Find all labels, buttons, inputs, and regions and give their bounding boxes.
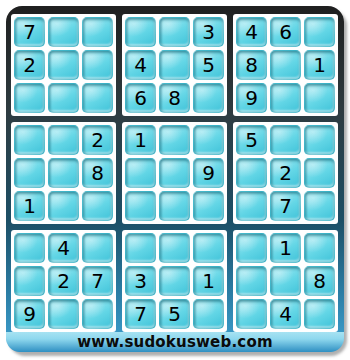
cell-r4c3[interactable]: 2 bbox=[82, 125, 113, 155]
cell-r7c1[interactable] bbox=[14, 233, 45, 263]
cell-r9c2[interactable] bbox=[48, 299, 79, 329]
cell-r1c3[interactable] bbox=[82, 17, 113, 47]
cell-r9c6[interactable] bbox=[193, 299, 224, 329]
cell-r1c7[interactable]: 4 bbox=[236, 17, 267, 47]
cell-r8c8[interactable] bbox=[270, 266, 301, 296]
cell-r9c1[interactable]: 9 bbox=[14, 299, 45, 329]
cell-r8c2[interactable]: 2 bbox=[48, 266, 79, 296]
cell-r3c7[interactable]: 9 bbox=[236, 83, 267, 113]
cell-r7c8[interactable]: 1 bbox=[270, 233, 301, 263]
cell-r4c6[interactable] bbox=[193, 125, 224, 155]
cell-r2c2[interactable] bbox=[48, 50, 79, 80]
cell-r2c6[interactable]: 5 bbox=[193, 50, 224, 80]
cell-r9c5[interactable]: 5 bbox=[159, 299, 190, 329]
cell-r9c4[interactable]: 7 bbox=[125, 299, 156, 329]
cell-r6c7[interactable] bbox=[236, 191, 267, 221]
box-3-3: 184 bbox=[233, 230, 338, 332]
cell-r3c1[interactable] bbox=[14, 83, 45, 113]
cell-r2c4[interactable]: 4 bbox=[125, 50, 156, 80]
cell-r7c4[interactable] bbox=[125, 233, 156, 263]
box-2-2: 19 bbox=[122, 122, 227, 224]
cell-r7c2[interactable]: 4 bbox=[48, 233, 79, 263]
cell-r1c5[interactable] bbox=[159, 17, 190, 47]
cell-r1c4[interactable] bbox=[125, 17, 156, 47]
cell-r6c5[interactable] bbox=[159, 191, 190, 221]
footer-band: www.sudokusweb.com bbox=[6, 332, 344, 352]
cell-r6c2[interactable] bbox=[48, 191, 79, 221]
cell-r8c4[interactable]: 3 bbox=[125, 266, 156, 296]
cell-r4c7[interactable]: 5 bbox=[236, 125, 267, 155]
cell-r5c5[interactable] bbox=[159, 158, 190, 188]
cell-r2c9[interactable]: 1 bbox=[304, 50, 335, 80]
cell-r7c9[interactable] bbox=[304, 233, 335, 263]
cell-r2c8[interactable] bbox=[270, 50, 301, 80]
cell-r2c7[interactable]: 8 bbox=[236, 50, 267, 80]
cell-r3c2[interactable] bbox=[48, 83, 79, 113]
cell-r5c7[interactable] bbox=[236, 158, 267, 188]
cell-r8c3[interactable]: 7 bbox=[82, 266, 113, 296]
cell-r8c6[interactable]: 1 bbox=[193, 266, 224, 296]
cell-r3c6[interactable] bbox=[193, 83, 224, 113]
cell-r7c3[interactable] bbox=[82, 233, 113, 263]
cell-r5c8[interactable]: 2 bbox=[270, 158, 301, 188]
cell-r8c5[interactable] bbox=[159, 266, 190, 296]
cell-r8c7[interactable] bbox=[236, 266, 267, 296]
cell-r7c7[interactable] bbox=[236, 233, 267, 263]
cell-r3c3[interactable] bbox=[82, 83, 113, 113]
cell-r3c9[interactable] bbox=[304, 83, 335, 113]
box-1-1: 72 bbox=[11, 14, 116, 116]
cell-r7c5[interactable] bbox=[159, 233, 190, 263]
cell-r5c2[interactable] bbox=[48, 158, 79, 188]
cell-r1c6[interactable]: 3 bbox=[193, 17, 224, 47]
cell-r4c2[interactable] bbox=[48, 125, 79, 155]
cell-r4c8[interactable] bbox=[270, 125, 301, 155]
cell-r1c9[interactable] bbox=[304, 17, 335, 47]
cell-r6c9[interactable] bbox=[304, 191, 335, 221]
sudoku-grid: 7234568468192811952742793175184 bbox=[11, 14, 338, 332]
cell-r6c3[interactable] bbox=[82, 191, 113, 221]
cell-r4c1[interactable] bbox=[14, 125, 45, 155]
cell-r5c9[interactable] bbox=[304, 158, 335, 188]
cell-r2c1[interactable]: 2 bbox=[14, 50, 45, 80]
box-2-1: 281 bbox=[11, 122, 116, 224]
cell-r4c9[interactable] bbox=[304, 125, 335, 155]
cell-r9c8[interactable]: 4 bbox=[270, 299, 301, 329]
page: 7234568468192811952742793175184 www.sudo… bbox=[0, 0, 350, 360]
box-2-3: 527 bbox=[233, 122, 338, 224]
sudoku-board: 7234568468192811952742793175184 www.sudo… bbox=[6, 6, 344, 352]
cell-r9c9[interactable] bbox=[304, 299, 335, 329]
cell-r4c5[interactable] bbox=[159, 125, 190, 155]
cell-r6c6[interactable] bbox=[193, 191, 224, 221]
cell-r5c6[interactable]: 9 bbox=[193, 158, 224, 188]
cell-r3c4[interactable]: 6 bbox=[125, 83, 156, 113]
box-1-2: 34568 bbox=[122, 14, 227, 116]
cell-r7c6[interactable] bbox=[193, 233, 224, 263]
cell-r4c4[interactable]: 1 bbox=[125, 125, 156, 155]
cell-r1c1[interactable]: 7 bbox=[14, 17, 45, 47]
cell-r5c1[interactable] bbox=[14, 158, 45, 188]
cell-r3c8[interactable] bbox=[270, 83, 301, 113]
cell-r1c2[interactable] bbox=[48, 17, 79, 47]
cell-r6c8[interactable]: 7 bbox=[270, 191, 301, 221]
cell-r3c5[interactable]: 8 bbox=[159, 83, 190, 113]
cell-r5c4[interactable] bbox=[125, 158, 156, 188]
cell-r8c1[interactable] bbox=[14, 266, 45, 296]
site-label: www.sudokusweb.com bbox=[77, 333, 272, 351]
cell-r6c4[interactable] bbox=[125, 191, 156, 221]
cell-r1c8[interactable]: 6 bbox=[270, 17, 301, 47]
cell-r2c3[interactable] bbox=[82, 50, 113, 80]
cell-r9c3[interactable] bbox=[82, 299, 113, 329]
cell-r6c1[interactable]: 1 bbox=[14, 191, 45, 221]
box-1-3: 46819 bbox=[233, 14, 338, 116]
cell-r2c5[interactable] bbox=[159, 50, 190, 80]
cell-r9c7[interactable] bbox=[236, 299, 267, 329]
cell-r8c9[interactable]: 8 bbox=[304, 266, 335, 296]
box-3-1: 4279 bbox=[11, 230, 116, 332]
cell-r5c3[interactable]: 8 bbox=[82, 158, 113, 188]
box-3-2: 3175 bbox=[122, 230, 227, 332]
